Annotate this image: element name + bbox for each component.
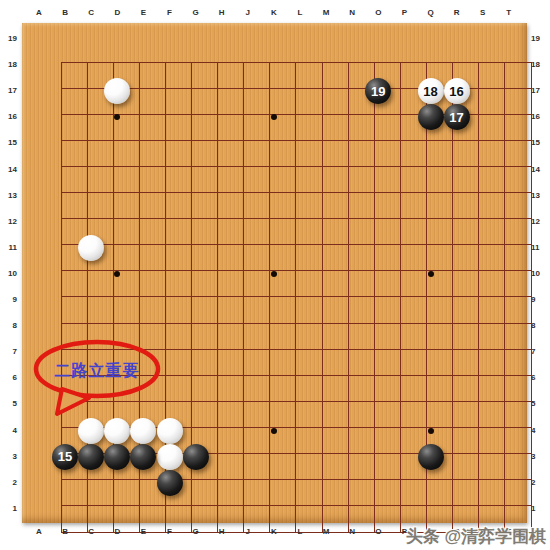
coord-label-row-5: 5 xyxy=(1,399,17,409)
grid-cell xyxy=(166,141,192,167)
grid-cell xyxy=(505,245,531,271)
grid-cell xyxy=(375,271,401,297)
coord-label-col-F: F xyxy=(161,527,179,537)
grid-cell xyxy=(192,89,218,115)
grid-cell xyxy=(323,324,349,350)
coord-label-col-J: J xyxy=(239,527,257,537)
grid-cell xyxy=(453,167,479,193)
grid-cell xyxy=(296,89,322,115)
grid-cell xyxy=(296,167,322,193)
grid-cell xyxy=(323,454,349,480)
grid-cell xyxy=(244,115,270,141)
grid-cell xyxy=(114,167,140,193)
move-number: 16 xyxy=(444,78,470,104)
grid-cell xyxy=(375,297,401,323)
grid-cell xyxy=(270,219,296,245)
grid-cell xyxy=(505,350,531,376)
grid-cell xyxy=(296,428,322,454)
grid-cell xyxy=(140,167,166,193)
grid-cell xyxy=(296,480,322,506)
grid-cell xyxy=(218,376,244,402)
coord-label-row-4: 4 xyxy=(1,426,17,436)
grid-cell xyxy=(166,193,192,219)
grid-cell xyxy=(323,480,349,506)
grid-cell xyxy=(270,480,296,506)
grid-cell xyxy=(62,167,88,193)
grid-cell xyxy=(296,219,322,245)
coord-label-row-19: 19 xyxy=(531,34,549,44)
grid-cell xyxy=(323,428,349,454)
grid-cell xyxy=(296,115,322,141)
grid-cell xyxy=(166,219,192,245)
stone-black-B3: 15 xyxy=(52,444,78,470)
grid-cell xyxy=(192,402,218,428)
grid-cell xyxy=(479,219,505,245)
grid-cell xyxy=(218,141,244,167)
coord-label-col-R: R xyxy=(448,8,466,18)
grid-cell xyxy=(401,376,427,402)
stone-white-F3 xyxy=(157,444,183,470)
coord-label-col-O: O xyxy=(369,8,387,18)
coord-label-row-10: 10 xyxy=(531,269,549,279)
grid-cell xyxy=(114,141,140,167)
grid-cell xyxy=(479,141,505,167)
grid-cell xyxy=(244,350,270,376)
grid-cell xyxy=(453,245,479,271)
grid-cell xyxy=(427,480,453,506)
grid-cell xyxy=(375,376,401,402)
grid-cell xyxy=(505,297,531,323)
grid-cell xyxy=(244,454,270,480)
grid-cell xyxy=(62,89,88,115)
grid-cell xyxy=(453,376,479,402)
grid-cell xyxy=(349,115,375,141)
coord-label-row-10: 10 xyxy=(1,269,17,279)
grid-cell xyxy=(270,245,296,271)
coord-label-row-14: 14 xyxy=(1,165,17,175)
grid-cell xyxy=(270,376,296,402)
coord-label-col-K: K xyxy=(265,527,283,537)
grid-cell xyxy=(166,167,192,193)
coord-label-col-S: S xyxy=(474,8,492,18)
grid-cell xyxy=(323,245,349,271)
coord-label-row-13: 13 xyxy=(531,191,549,201)
grid-cell xyxy=(192,376,218,402)
grid-cell xyxy=(218,480,244,506)
grid-cell xyxy=(505,324,531,350)
grid-cell xyxy=(479,324,505,350)
coord-label-row-11: 11 xyxy=(1,243,17,253)
grid-cell xyxy=(401,271,427,297)
grid-cell xyxy=(244,297,270,323)
grid-cell xyxy=(323,193,349,219)
grid-cell xyxy=(349,193,375,219)
grid-cell xyxy=(427,193,453,219)
coord-label-col-D: D xyxy=(108,8,126,18)
stone-black-D3 xyxy=(104,444,130,470)
coord-label-row-6: 6 xyxy=(531,373,549,383)
grid-cell xyxy=(427,141,453,167)
grid-cell xyxy=(375,480,401,506)
coord-label-col-H: H xyxy=(213,8,231,18)
grid-cell xyxy=(218,428,244,454)
grid-cell xyxy=(270,63,296,89)
grid-cell xyxy=(192,63,218,89)
coord-label-row-6: 6 xyxy=(1,373,17,383)
grid-cell xyxy=(88,271,114,297)
grid-cell xyxy=(349,245,375,271)
grid-cell xyxy=(192,193,218,219)
grid-cell xyxy=(479,454,505,480)
grid-cell xyxy=(270,324,296,350)
grid-cell xyxy=(479,115,505,141)
coord-label-row-3: 3 xyxy=(1,452,17,462)
grid-cell xyxy=(505,480,531,506)
coord-label-col-Q: Q xyxy=(422,8,440,18)
grid-cell xyxy=(270,350,296,376)
grid-cell xyxy=(244,428,270,454)
grid-cell xyxy=(479,376,505,402)
coord-label-row-1: 1 xyxy=(531,504,549,514)
grid-cell xyxy=(349,167,375,193)
grid-cell xyxy=(296,193,322,219)
grid-cell xyxy=(192,350,218,376)
grid-cell xyxy=(192,115,218,141)
coord-label-row-16: 16 xyxy=(1,112,17,122)
grid-cell xyxy=(505,219,531,245)
grid-cell xyxy=(244,480,270,506)
grid-cell xyxy=(375,350,401,376)
grid-cell xyxy=(375,115,401,141)
coord-label-col-A: A xyxy=(30,527,48,537)
grid-cell xyxy=(453,324,479,350)
grid-cell xyxy=(375,219,401,245)
grid-cell xyxy=(505,271,531,297)
grid-cell xyxy=(244,271,270,297)
grid-cell xyxy=(323,402,349,428)
grid-cell xyxy=(323,350,349,376)
grid-cell xyxy=(140,271,166,297)
grid-cell xyxy=(192,297,218,323)
grid-cell xyxy=(218,324,244,350)
coord-label-row-12: 12 xyxy=(1,217,17,227)
annotation-text: 二路立重要 xyxy=(39,361,155,382)
coord-label-col-A: A xyxy=(30,8,48,18)
grid-cell xyxy=(401,350,427,376)
grid-cell xyxy=(218,63,244,89)
grid-cell xyxy=(62,141,88,167)
star-point-K4 xyxy=(271,428,277,434)
grid-cell xyxy=(401,167,427,193)
grid-cell xyxy=(349,480,375,506)
grid-cell xyxy=(270,402,296,428)
grid-cell xyxy=(218,297,244,323)
grid-cell xyxy=(375,454,401,480)
grid-cell xyxy=(323,297,349,323)
grid-cell xyxy=(88,141,114,167)
coord-label-row-9: 9 xyxy=(531,295,549,305)
stone-black-Q16 xyxy=(418,104,444,130)
coord-label-row-18: 18 xyxy=(1,60,17,70)
grid-cell xyxy=(218,167,244,193)
grid-cell xyxy=(323,141,349,167)
grid-cell xyxy=(114,193,140,219)
grid-cell xyxy=(192,480,218,506)
grid-cell xyxy=(88,167,114,193)
grid-cell xyxy=(349,324,375,350)
coord-label-row-8: 8 xyxy=(1,321,17,331)
grid-cell xyxy=(244,219,270,245)
grid-cell xyxy=(401,402,427,428)
grid-cell xyxy=(166,89,192,115)
grid-cell xyxy=(453,141,479,167)
grid-cell xyxy=(479,271,505,297)
star-point-K10 xyxy=(271,271,277,277)
coord-label-row-15: 15 xyxy=(1,138,17,148)
grid-cell xyxy=(270,89,296,115)
grid-cell xyxy=(453,454,479,480)
grid-cell xyxy=(192,167,218,193)
grid-cell xyxy=(479,167,505,193)
stone-black-R16: 17 xyxy=(444,104,470,130)
grid-cell xyxy=(349,376,375,402)
grid-cell xyxy=(453,480,479,506)
grid-cell xyxy=(62,297,88,323)
star-point-Q4 xyxy=(428,428,434,434)
grid-cell xyxy=(505,167,531,193)
grid-cell xyxy=(244,63,270,89)
grid-cell xyxy=(88,480,114,506)
grid-cell xyxy=(244,245,270,271)
grid-cell xyxy=(349,297,375,323)
grid-cell xyxy=(140,89,166,115)
grid-cell xyxy=(401,480,427,506)
stone-white-C11 xyxy=(78,235,104,261)
grid-cell xyxy=(296,297,322,323)
grid-cell xyxy=(505,454,531,480)
grid-cell xyxy=(62,193,88,219)
grid-cell xyxy=(140,63,166,89)
grid-cell xyxy=(323,219,349,245)
coord-label-row-11: 11 xyxy=(531,243,549,253)
grid-cell xyxy=(270,141,296,167)
grid-cell xyxy=(140,141,166,167)
grid-cell xyxy=(505,193,531,219)
coord-label-col-N: N xyxy=(343,527,361,537)
grid-cell xyxy=(114,219,140,245)
stone-black-G3 xyxy=(183,444,209,470)
bubble-tail xyxy=(57,389,89,414)
coord-label-row-13: 13 xyxy=(1,191,17,201)
grid-cell xyxy=(401,245,427,271)
stone-white-Q17: 18 xyxy=(418,78,444,104)
grid-cell xyxy=(296,271,322,297)
grid-cell xyxy=(88,193,114,219)
grid-cell xyxy=(479,480,505,506)
coord-label-col-F: F xyxy=(161,8,179,18)
grid-cell xyxy=(270,193,296,219)
coord-label-row-7: 7 xyxy=(531,347,549,357)
grid-cell xyxy=(349,271,375,297)
grid-cell xyxy=(375,245,401,271)
grid-cell xyxy=(479,350,505,376)
coord-label-col-L: L xyxy=(291,8,309,18)
grid-cell xyxy=(218,454,244,480)
grid-cell xyxy=(323,167,349,193)
stone-black-E3 xyxy=(130,444,156,470)
grid-cell xyxy=(349,454,375,480)
grid-cell xyxy=(375,167,401,193)
grid-cell xyxy=(62,115,88,141)
grid-cell xyxy=(140,245,166,271)
grid-cell xyxy=(427,219,453,245)
grid-cell xyxy=(479,402,505,428)
grid-cell xyxy=(427,350,453,376)
grid-cell xyxy=(244,376,270,402)
grid-cell xyxy=(427,402,453,428)
grid-cell xyxy=(505,376,531,402)
grid-cell xyxy=(323,376,349,402)
coord-label-col-K: K xyxy=(265,8,283,18)
grid-cell xyxy=(296,454,322,480)
grid-cell xyxy=(62,480,88,506)
move-number: 15 xyxy=(52,444,78,470)
grid-cell xyxy=(349,402,375,428)
coord-label-col-G: G xyxy=(187,527,205,537)
grid-cell xyxy=(270,454,296,480)
coord-label-row-15: 15 xyxy=(531,138,549,148)
coord-label-row-16: 16 xyxy=(531,112,549,122)
coord-label-row-7: 7 xyxy=(1,347,17,357)
grid-cell xyxy=(505,141,531,167)
grid-cell xyxy=(479,297,505,323)
grid-cell xyxy=(244,193,270,219)
coord-label-row-1: 1 xyxy=(1,504,17,514)
coord-label-row-3: 3 xyxy=(531,452,549,462)
stone-black-F2 xyxy=(157,470,183,496)
grid-cell xyxy=(427,167,453,193)
stone-white-R17: 16 xyxy=(444,78,470,104)
grid-cell xyxy=(401,297,427,323)
grid-cell xyxy=(479,89,505,115)
grid-cell xyxy=(453,271,479,297)
watermark: 头条 @清弈学围棋 xyxy=(406,525,546,548)
grid-cell xyxy=(453,219,479,245)
grid-cell xyxy=(244,141,270,167)
go-board-diagram: AABBCCDDEEFFGGHHJJKKLLMMNNOOPPQQRRSSTT19… xyxy=(0,0,550,550)
coord-label-col-P: P xyxy=(395,8,413,18)
coord-label-col-D: D xyxy=(108,527,126,537)
grid-cell xyxy=(218,350,244,376)
grid-cell xyxy=(140,193,166,219)
coord-label-col-M: M xyxy=(317,527,335,537)
grid-cell xyxy=(166,115,192,141)
coord-label-row-14: 14 xyxy=(531,165,549,175)
grid-cell xyxy=(296,350,322,376)
grid-cell xyxy=(505,89,531,115)
star-point-Q10 xyxy=(428,271,434,277)
grid-cell xyxy=(349,350,375,376)
grid-cell xyxy=(401,219,427,245)
grid-cell xyxy=(88,115,114,141)
grid-cell xyxy=(323,89,349,115)
coord-label-row-17: 17 xyxy=(1,86,17,96)
grid-cell xyxy=(218,193,244,219)
coord-label-col-N: N xyxy=(343,8,361,18)
stone-black-C3 xyxy=(78,444,104,470)
coord-label-row-19: 19 xyxy=(1,34,17,44)
grid-cell xyxy=(375,428,401,454)
move-number: 17 xyxy=(444,104,470,130)
grid-cell xyxy=(192,141,218,167)
grid-cell xyxy=(140,219,166,245)
grid-cell xyxy=(479,63,505,89)
stone-black-O17: 19 xyxy=(365,78,391,104)
move-number: 18 xyxy=(418,78,444,104)
grid-cell xyxy=(349,141,375,167)
coord-label-col-G: G xyxy=(187,8,205,18)
grid-cell xyxy=(166,297,192,323)
grid-cell xyxy=(479,428,505,454)
grid-cell xyxy=(505,402,531,428)
grid-cell xyxy=(218,245,244,271)
grid-cell xyxy=(349,219,375,245)
grid-cell xyxy=(401,324,427,350)
grid-cell xyxy=(323,115,349,141)
grid-cell xyxy=(114,245,140,271)
grid-cell xyxy=(270,167,296,193)
grid-cell xyxy=(453,193,479,219)
grid-cell xyxy=(375,324,401,350)
grid-cell xyxy=(218,89,244,115)
grid-cell xyxy=(323,271,349,297)
grid-cell xyxy=(192,271,218,297)
grid-cell xyxy=(427,376,453,402)
grid-cell xyxy=(140,115,166,141)
grid-cell xyxy=(453,428,479,454)
grid-cell xyxy=(401,193,427,219)
grid-cell xyxy=(166,245,192,271)
grid-cell xyxy=(375,193,401,219)
grid-cell xyxy=(296,324,322,350)
coord-label-row-12: 12 xyxy=(531,217,549,227)
grid-cell xyxy=(479,245,505,271)
coord-label-col-J: J xyxy=(239,8,257,18)
grid-cell xyxy=(114,297,140,323)
grid-cell xyxy=(140,297,166,323)
grid-cell xyxy=(88,297,114,323)
coord-label-col-E: E xyxy=(134,527,152,537)
grid-cell xyxy=(323,63,349,89)
grid-cell xyxy=(453,402,479,428)
grid-cell xyxy=(479,193,505,219)
grid-cell xyxy=(375,402,401,428)
grid-cell xyxy=(166,63,192,89)
grid-cell xyxy=(244,89,270,115)
grid-cell xyxy=(296,245,322,271)
grid-cell xyxy=(453,297,479,323)
coord-label-row-4: 4 xyxy=(531,426,549,436)
coord-label-col-E: E xyxy=(134,8,152,18)
coord-label-row-8: 8 xyxy=(531,321,549,331)
grid-cell xyxy=(296,376,322,402)
grid-cell xyxy=(218,402,244,428)
grid-cell xyxy=(166,271,192,297)
grid-cell xyxy=(505,428,531,454)
grid-cell xyxy=(218,219,244,245)
grid-cell xyxy=(427,245,453,271)
grid-cell xyxy=(505,63,531,89)
